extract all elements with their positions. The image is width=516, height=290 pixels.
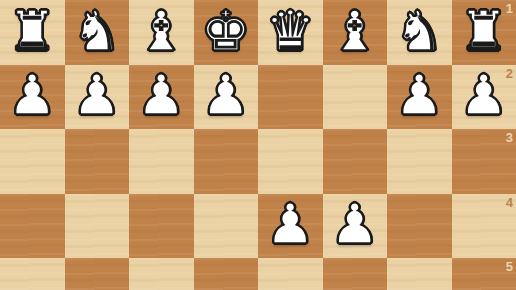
- rank-label-3: 3: [506, 131, 513, 144]
- square-e1[interactable]: ♚: [194, 0, 259, 65]
- square-g4[interactable]: [65, 194, 130, 259]
- square-d5[interactable]: [258, 258, 323, 290]
- square-f1[interactable]: ♝: [129, 0, 194, 65]
- white-pawn[interactable]: ♟: [330, 197, 379, 252]
- white-pawn[interactable]: ♟: [266, 197, 315, 252]
- rank-label-5: 5: [506, 260, 513, 273]
- square-c2[interactable]: [323, 65, 388, 130]
- square-f4[interactable]: [129, 194, 194, 259]
- square-h5[interactable]: [0, 258, 65, 290]
- rank-label-2: 2: [506, 67, 513, 80]
- rank-label-1: 1: [506, 2, 513, 15]
- white-pawn[interactable]: ♟: [395, 68, 444, 123]
- white-pawn[interactable]: ♟: [72, 68, 121, 123]
- square-d1[interactable]: ♛: [258, 0, 323, 65]
- square-g5[interactable]: [65, 258, 130, 290]
- square-h3[interactable]: [0, 129, 65, 194]
- square-g2[interactable]: ♟: [65, 65, 130, 130]
- square-e3[interactable]: [194, 129, 259, 194]
- chess-board-viewport: ♜♞♝♚♛♝♞♜1♟♟♟♟♟♟23♟♟45: [0, 0, 516, 290]
- square-g3[interactable]: [65, 129, 130, 194]
- square-a2[interactable]: ♟2: [452, 65, 516, 130]
- white-pawn[interactable]: ♟: [459, 68, 508, 123]
- square-c1[interactable]: ♝: [323, 0, 388, 65]
- square-e4[interactable]: [194, 194, 259, 259]
- square-b2[interactable]: ♟: [387, 65, 452, 130]
- square-e2[interactable]: ♟: [194, 65, 259, 130]
- white-bishop[interactable]: ♝: [330, 4, 379, 59]
- square-d4[interactable]: ♟: [258, 194, 323, 259]
- rank-label-4: 4: [506, 196, 513, 209]
- chess-board: ♜♞♝♚♛♝♞♜1♟♟♟♟♟♟23♟♟45: [0, 0, 516, 290]
- square-f3[interactable]: [129, 129, 194, 194]
- white-rook[interactable]: ♜: [459, 4, 508, 59]
- white-knight[interactable]: ♞: [72, 4, 121, 59]
- square-f5[interactable]: [129, 258, 194, 290]
- white-pawn[interactable]: ♟: [8, 68, 57, 123]
- white-queen[interactable]: ♛: [266, 4, 315, 59]
- square-h4[interactable]: [0, 194, 65, 259]
- white-pawn[interactable]: ♟: [201, 68, 250, 123]
- square-a3[interactable]: 3: [452, 129, 516, 194]
- white-rook[interactable]: ♜: [8, 4, 57, 59]
- square-a5[interactable]: 5: [452, 258, 516, 290]
- square-a1[interactable]: ♜1: [452, 0, 516, 65]
- square-b4[interactable]: [387, 194, 452, 259]
- square-g1[interactable]: ♞: [65, 0, 130, 65]
- square-f2[interactable]: ♟: [129, 65, 194, 130]
- square-b1[interactable]: ♞: [387, 0, 452, 65]
- square-h2[interactable]: ♟: [0, 65, 65, 130]
- square-b5[interactable]: [387, 258, 452, 290]
- square-c3[interactable]: [323, 129, 388, 194]
- white-bishop[interactable]: ♝: [137, 4, 186, 59]
- white-knight[interactable]: ♞: [395, 4, 444, 59]
- square-c5[interactable]: [323, 258, 388, 290]
- white-pawn[interactable]: ♟: [137, 68, 186, 123]
- square-d2[interactable]: [258, 65, 323, 130]
- square-d3[interactable]: [258, 129, 323, 194]
- square-e5[interactable]: [194, 258, 259, 290]
- square-b3[interactable]: [387, 129, 452, 194]
- square-h1[interactable]: ♜: [0, 0, 65, 65]
- white-king[interactable]: ♚: [201, 4, 250, 59]
- square-c4[interactable]: ♟: [323, 194, 388, 259]
- square-a4[interactable]: 4: [452, 194, 516, 259]
